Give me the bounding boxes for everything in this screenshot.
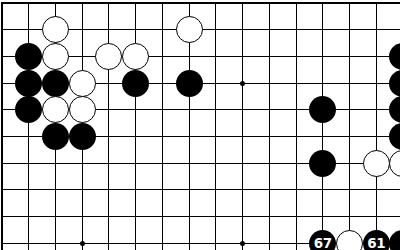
black-stone bbox=[69, 123, 96, 150]
go-board: 6761 bbox=[0, 0, 400, 250]
black-stone bbox=[15, 43, 42, 70]
star-point bbox=[240, 241, 245, 246]
grid-line-vertical-14 bbox=[376, 2, 377, 250]
black-stone bbox=[15, 70, 42, 97]
black-stone bbox=[309, 96, 336, 123]
black-stone bbox=[389, 230, 400, 250]
black-stone bbox=[42, 70, 69, 97]
white-stone bbox=[389, 150, 400, 177]
grid-line-vertical-8 bbox=[215, 2, 216, 250]
white-stone bbox=[42, 16, 69, 43]
grid-line-horizontal-6 bbox=[1, 163, 400, 164]
move-number-label: 67 bbox=[314, 237, 332, 250]
move-number-label: 61 bbox=[367, 237, 385, 250]
grid-line-horizontal-0 bbox=[1, 2, 400, 4]
white-stone bbox=[42, 43, 69, 70]
white-stone bbox=[363, 150, 390, 177]
grid-line-vertical-9 bbox=[242, 2, 243, 250]
black-stone bbox=[389, 43, 400, 70]
grid-line-vertical-13 bbox=[349, 2, 350, 250]
black-stone bbox=[389, 96, 400, 123]
white-stone bbox=[42, 96, 69, 123]
grid-line-vertical-4 bbox=[108, 2, 109, 250]
white-stone bbox=[336, 230, 363, 250]
black-stone: 67 bbox=[309, 230, 336, 250]
grid-line-vertical-12 bbox=[322, 2, 323, 250]
grid-line-vertical-11 bbox=[296, 2, 297, 250]
grid-line-horizontal-8 bbox=[1, 216, 400, 217]
black-stone: 61 bbox=[363, 230, 390, 250]
grid-line-horizontal-7 bbox=[1, 189, 400, 190]
white-stone bbox=[122, 43, 149, 70]
star-point bbox=[240, 81, 245, 86]
black-stone bbox=[389, 70, 400, 97]
white-stone bbox=[176, 16, 203, 43]
black-stone bbox=[15, 96, 42, 123]
grid-line-vertical-5 bbox=[135, 2, 136, 250]
star-point bbox=[80, 241, 85, 246]
grid-line-vertical-1 bbox=[28, 2, 29, 250]
black-stone bbox=[176, 70, 203, 97]
black-stone bbox=[42, 123, 69, 150]
grid-line-vertical-0 bbox=[1, 2, 3, 250]
black-stone bbox=[389, 123, 400, 150]
grid-line-vertical-10 bbox=[269, 2, 270, 250]
white-stone bbox=[95, 43, 122, 70]
white-stone bbox=[69, 96, 96, 123]
black-stone bbox=[309, 150, 336, 177]
white-stone bbox=[69, 70, 96, 97]
grid-line-vertical-6 bbox=[162, 2, 163, 250]
black-stone bbox=[122, 70, 149, 97]
